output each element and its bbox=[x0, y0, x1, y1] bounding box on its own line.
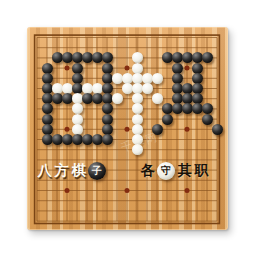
black-stone bbox=[102, 114, 113, 125]
black-stone bbox=[212, 124, 223, 135]
caption-char: 其 bbox=[177, 161, 192, 181]
caption-char: 棋 bbox=[71, 161, 86, 181]
black-stone bbox=[102, 103, 113, 114]
black-stone bbox=[162, 114, 173, 125]
go-board: 八 方 棋 子 各 守 其 职 千库网 bbox=[27, 27, 228, 230]
black-stone bbox=[102, 134, 113, 145]
black-stone bbox=[172, 63, 183, 74]
black-stone bbox=[162, 103, 173, 114]
black-stone bbox=[52, 93, 63, 104]
stones-layer bbox=[27, 27, 228, 230]
black-stone bbox=[82, 93, 93, 104]
black-stone bbox=[62, 52, 73, 63]
white-stone bbox=[112, 93, 123, 104]
black-stone bbox=[182, 103, 193, 114]
black-stone bbox=[62, 134, 73, 145]
caption-left-phrase: 八 方 棋 子 bbox=[37, 160, 106, 182]
caption-right-phrase: 各 守 其 职 bbox=[140, 160, 209, 182]
white-stone bbox=[112, 73, 123, 84]
black-stone-with-character: 子 bbox=[88, 162, 106, 180]
black-stone bbox=[52, 52, 63, 63]
white-stone bbox=[142, 83, 153, 94]
white-stone bbox=[132, 103, 143, 114]
white-stone bbox=[132, 52, 143, 63]
black-stone bbox=[72, 52, 83, 63]
caption-char: 方 bbox=[54, 161, 69, 181]
caption-char: 职 bbox=[194, 161, 209, 181]
black-stone bbox=[92, 93, 103, 104]
black-stone bbox=[42, 134, 53, 145]
black-stone bbox=[202, 103, 213, 114]
white-stone bbox=[152, 73, 163, 84]
black-stone bbox=[152, 124, 163, 135]
black-stone bbox=[52, 134, 63, 145]
stone-character: 守 bbox=[161, 166, 171, 176]
black-stone bbox=[192, 103, 203, 114]
black-stone bbox=[82, 134, 93, 145]
black-stone bbox=[202, 114, 213, 125]
caption-band: 八 方 棋 子 各 守 其 职 bbox=[27, 160, 228, 182]
black-stone bbox=[172, 52, 183, 63]
black-stone bbox=[102, 63, 113, 74]
white-stone bbox=[132, 114, 143, 125]
black-stone bbox=[192, 63, 203, 74]
black-stone bbox=[72, 63, 83, 74]
black-stone bbox=[62, 93, 73, 104]
caption-char: 八 bbox=[37, 161, 52, 181]
black-stone bbox=[42, 63, 53, 74]
black-stone bbox=[162, 52, 173, 63]
caption-char: 各 bbox=[140, 161, 155, 181]
black-stone bbox=[182, 52, 193, 63]
white-stone bbox=[72, 103, 83, 114]
white-stone-with-character: 守 bbox=[157, 162, 175, 180]
white-stone bbox=[122, 83, 133, 94]
white-stone bbox=[72, 114, 83, 125]
black-stone bbox=[192, 52, 203, 63]
black-stone bbox=[202, 52, 213, 63]
black-stone bbox=[82, 52, 93, 63]
black-stone bbox=[92, 134, 103, 145]
canvas: 八 方 棋 子 各 守 其 职 千库网 bbox=[0, 0, 253, 253]
black-stone bbox=[172, 103, 183, 114]
black-stone bbox=[42, 114, 53, 125]
stone-character: 子 bbox=[92, 166, 102, 176]
black-stone bbox=[92, 52, 103, 63]
black-stone bbox=[42, 103, 53, 114]
black-stone bbox=[102, 52, 113, 63]
white-stone bbox=[132, 144, 143, 155]
black-stone bbox=[72, 134, 83, 145]
white-stone bbox=[132, 63, 143, 74]
white-stone bbox=[152, 93, 163, 104]
